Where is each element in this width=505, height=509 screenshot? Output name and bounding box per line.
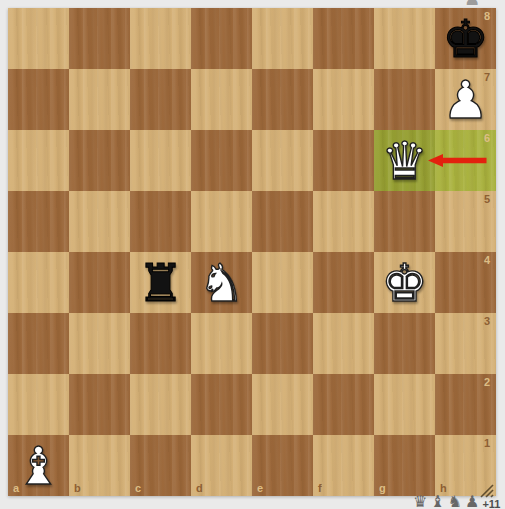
square-b4[interactable] (69, 252, 130, 313)
square-h2[interactable]: 2 (435, 374, 496, 435)
square-c3[interactable] (130, 313, 191, 374)
square-e2[interactable] (252, 374, 313, 435)
square-g3[interactable] (374, 313, 435, 374)
square-a2[interactable] (8, 374, 69, 435)
square-b5[interactable] (69, 191, 130, 252)
square-c6[interactable] (130, 130, 191, 191)
square-a8[interactable] (8, 8, 69, 69)
material-bishop-icon: ♝ (430, 494, 444, 509)
material-queen-icon: ♛ (413, 494, 427, 509)
rank-label-6: 6 (484, 132, 490, 144)
rank-label-8: 8 (484, 10, 490, 22)
square-b1[interactable]: b (69, 435, 130, 496)
square-e8[interactable] (252, 8, 313, 69)
square-d7[interactable] (191, 69, 252, 130)
rank-label-1: 1 (484, 437, 490, 449)
rank-label-4: 4 (484, 254, 490, 266)
square-c7[interactable] (130, 69, 191, 130)
file-label-e: e (257, 482, 263, 494)
square-d3[interactable] (191, 313, 252, 374)
rank-label-5: 5 (484, 193, 490, 205)
material-pawn-icon: ♟ (465, 494, 479, 509)
square-c1[interactable]: c (130, 435, 191, 496)
square-b7[interactable] (69, 69, 130, 130)
square-d8[interactable] (191, 8, 252, 69)
square-f7[interactable] (313, 69, 374, 130)
square-a7[interactable] (8, 69, 69, 130)
square-b2[interactable] (69, 374, 130, 435)
board-resize-handle[interactable] (479, 483, 494, 498)
square-b8[interactable] (69, 8, 130, 69)
square-h5[interactable]: 5 (435, 191, 496, 252)
square-f1[interactable]: f (313, 435, 374, 496)
square-g7[interactable] (374, 69, 435, 130)
square-g8[interactable] (374, 8, 435, 69)
square-e1[interactable]: e (252, 435, 313, 496)
file-label-h: h (440, 482, 447, 494)
rank-label-3: 3 (484, 315, 490, 327)
square-e6[interactable] (252, 130, 313, 191)
square-h6[interactable]: 6 (435, 130, 496, 191)
captured-pawn-icon: ♟ (464, 0, 480, 8)
square-b3[interactable] (69, 313, 130, 374)
square-g2[interactable] (374, 374, 435, 435)
square-a3[interactable] (8, 313, 69, 374)
square-e7[interactable] (252, 69, 313, 130)
square-f5[interactable] (313, 191, 374, 252)
square-d5[interactable] (191, 191, 252, 252)
square-g1[interactable]: g (374, 435, 435, 496)
square-a5[interactable] (8, 191, 69, 252)
square-h4[interactable]: 4 (435, 252, 496, 313)
square-c5[interactable] (130, 191, 191, 252)
square-h3[interactable]: 3 (435, 313, 496, 374)
square-c2[interactable] (130, 374, 191, 435)
square-d1[interactable]: d (191, 435, 252, 496)
square-f4[interactable] (313, 252, 374, 313)
square-e4[interactable] (252, 252, 313, 313)
square-e3[interactable] (252, 313, 313, 374)
square-f6[interactable] (313, 130, 374, 191)
file-label-b: b (74, 482, 81, 494)
square-c8[interactable] (130, 8, 191, 69)
square-a4[interactable] (8, 252, 69, 313)
square-a6[interactable] (8, 130, 69, 191)
file-label-g: g (379, 482, 386, 494)
file-label-d: d (196, 482, 203, 494)
material-advantage-value: +11 (482, 498, 500, 509)
square-e5[interactable] (252, 191, 313, 252)
square-d6[interactable] (191, 130, 252, 191)
material-knight-icon: ♞ (448, 494, 462, 509)
chess-widget: ♟ 8765432abcdefg1h ♚♟♛♜♞♚♝ ♛♝♞♟+11 (0, 0, 505, 509)
file-label-a: a (13, 482, 19, 494)
white-knight[interactable]: ♞ (191, 252, 252, 313)
file-label-c: c (135, 482, 141, 494)
square-b6[interactable] (69, 130, 130, 191)
square-f3[interactable] (313, 313, 374, 374)
white-king[interactable]: ♚ (374, 252, 435, 313)
square-f8[interactable] (313, 8, 374, 69)
square-g5[interactable] (374, 191, 435, 252)
square-f2[interactable] (313, 374, 374, 435)
rank-label-2: 2 (484, 376, 490, 388)
file-label-f: f (318, 482, 322, 494)
white-queen[interactable]: ♛ (374, 130, 435, 191)
square-d2[interactable] (191, 374, 252, 435)
rank-label-7: 7 (484, 71, 490, 83)
black-rook[interactable]: ♜ (130, 252, 191, 313)
